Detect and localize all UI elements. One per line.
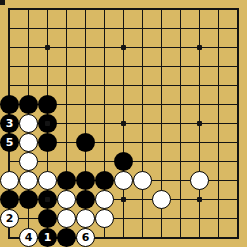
star-point	[45, 121, 50, 126]
board-cell[interactable]	[0, 152, 19, 171]
board-cell[interactable]	[190, 0, 209, 19]
board-cell[interactable]	[57, 95, 76, 114]
board-cell[interactable]	[95, 114, 114, 133]
board-cell[interactable]	[95, 152, 114, 171]
board-cell[interactable]: 3	[0, 114, 19, 133]
board-cell[interactable]	[190, 19, 209, 38]
white-stone	[95, 209, 114, 228]
board-cell[interactable]	[19, 190, 38, 209]
board-cell[interactable]	[228, 95, 247, 114]
board-cell[interactable]	[76, 57, 95, 76]
board-cell[interactable]	[190, 76, 209, 95]
board-cell[interactable]: 4	[19, 228, 38, 247]
board-cell[interactable]	[0, 38, 19, 57]
black-stone: 3	[0, 114, 19, 133]
black-stone	[38, 133, 57, 152]
board-cell[interactable]	[95, 95, 114, 114]
board-cell[interactable]	[209, 76, 228, 95]
board-cell[interactable]	[76, 76, 95, 95]
board-cell[interactable]	[228, 152, 247, 171]
board-cell[interactable]	[95, 19, 114, 38]
white-stone	[190, 171, 209, 190]
white-stone	[114, 171, 133, 190]
move-number-label: 1	[44, 232, 52, 243]
board-cell[interactable]	[19, 76, 38, 95]
board-cell[interactable]	[57, 190, 76, 209]
board-cell[interactable]	[228, 133, 247, 152]
black-stone	[76, 133, 95, 152]
white-stone	[19, 133, 38, 152]
board-cell[interactable]	[152, 76, 171, 95]
white-stone	[19, 171, 38, 190]
board-cell[interactable]	[57, 114, 76, 133]
board-cell[interactable]	[114, 133, 133, 152]
white-stone	[57, 190, 76, 209]
board-cell[interactable]	[0, 95, 19, 114]
black-stone	[19, 190, 38, 209]
black-stone	[57, 228, 76, 247]
star-point	[121, 197, 126, 202]
board-cell[interactable]	[133, 228, 152, 247]
board-cell[interactable]	[133, 19, 152, 38]
board-cell[interactable]	[95, 76, 114, 95]
board-cell[interactable]	[171, 190, 190, 209]
board-cell[interactable]	[171, 0, 190, 19]
board-cell[interactable]	[228, 228, 247, 247]
board-cell[interactable]	[114, 76, 133, 95]
star-point	[45, 45, 50, 50]
white-stone: 4	[19, 228, 38, 247]
board-cell[interactable]	[114, 171, 133, 190]
board-cell[interactable]	[19, 133, 38, 152]
white-stone	[95, 190, 114, 209]
board-cell[interactable]	[57, 76, 76, 95]
board-cell[interactable]	[76, 152, 95, 171]
black-stone	[95, 171, 114, 190]
board-cell[interactable]	[0, 190, 19, 209]
board-cell[interactable]	[95, 190, 114, 209]
board-cell[interactable]	[171, 57, 190, 76]
board-cell[interactable]	[152, 57, 171, 76]
board-cell[interactable]	[228, 0, 247, 19]
board-cell[interactable]	[209, 57, 228, 76]
star-point	[197, 121, 202, 126]
board-cell[interactable]	[133, 57, 152, 76]
white-stone	[76, 209, 95, 228]
black-stone: 5	[0, 133, 19, 152]
white-stone	[19, 114, 38, 133]
board-cell[interactable]	[171, 114, 190, 133]
board-cell[interactable]	[190, 228, 209, 247]
board-cell[interactable]	[95, 38, 114, 57]
star-point	[121, 45, 126, 50]
board-cell[interactable]	[114, 152, 133, 171]
board-cell[interactable]	[38, 0, 57, 19]
go-board-diagram: 352416	[0, 0, 247, 247]
board-cell[interactable]	[152, 38, 171, 57]
board-cell[interactable]	[133, 171, 152, 190]
white-stone	[38, 171, 57, 190]
black-stone	[76, 171, 95, 190]
board-cell[interactable]	[171, 133, 190, 152]
board-cell[interactable]	[38, 152, 57, 171]
board-cell[interactable]	[152, 152, 171, 171]
board-cell[interactable]	[19, 209, 38, 228]
white-stone	[152, 190, 171, 209]
board-cell[interactable]	[0, 19, 19, 38]
board-cell[interactable]	[76, 38, 95, 57]
board-cell[interactable]	[38, 19, 57, 38]
board-cell[interactable]	[19, 38, 38, 57]
board-cell[interactable]	[152, 228, 171, 247]
black-stone	[38, 209, 57, 228]
board-cell[interactable]	[133, 38, 152, 57]
board-cell[interactable]	[95, 171, 114, 190]
board-cell[interactable]	[0, 171, 19, 190]
board-cell[interactable]	[209, 209, 228, 228]
board-cell[interactable]: 1	[38, 228, 57, 247]
board-cell[interactable]	[38, 133, 57, 152]
board-cell[interactable]	[133, 133, 152, 152]
board-cell[interactable]	[190, 57, 209, 76]
board-cell[interactable]: 6	[76, 228, 95, 247]
board-cell[interactable]	[19, 57, 38, 76]
board-cell[interactable]	[133, 95, 152, 114]
black-stone: 1	[38, 228, 57, 247]
board-cell[interactable]	[209, 171, 228, 190]
board-cell[interactable]	[57, 171, 76, 190]
board-cell[interactable]	[57, 133, 76, 152]
board-cell[interactable]	[133, 209, 152, 228]
board-cell[interactable]	[133, 0, 152, 19]
black-stone	[76, 190, 95, 209]
board-cell[interactable]	[228, 38, 247, 57]
board-cell[interactable]	[76, 114, 95, 133]
black-stone	[57, 171, 76, 190]
board-cell[interactable]	[190, 152, 209, 171]
star-point	[45, 197, 50, 202]
board-cell[interactable]	[228, 114, 247, 133]
board-cell[interactable]	[114, 209, 133, 228]
board-cell[interactable]	[19, 0, 38, 19]
board-cell[interactable]	[171, 76, 190, 95]
board-cell[interactable]	[133, 76, 152, 95]
board-cell[interactable]	[95, 209, 114, 228]
move-number-label: 4	[25, 232, 33, 243]
board-cell[interactable]	[171, 209, 190, 228]
board-cell[interactable]	[0, 228, 19, 247]
board-cell[interactable]	[95, 133, 114, 152]
board-cell[interactable]	[114, 19, 133, 38]
board-cell[interactable]	[114, 228, 133, 247]
board-cell[interactable]	[38, 171, 57, 190]
board-cell[interactable]	[57, 228, 76, 247]
board-cell[interactable]	[76, 209, 95, 228]
board-cell[interactable]	[228, 190, 247, 209]
board-cell[interactable]	[0, 0, 19, 19]
white-stone	[57, 209, 76, 228]
black-stone	[19, 95, 38, 114]
board-cell[interactable]	[152, 171, 171, 190]
board-cell[interactable]	[0, 76, 19, 95]
board-cell[interactable]	[76, 0, 95, 19]
board-cell[interactable]	[76, 95, 95, 114]
board-cell[interactable]	[152, 0, 171, 19]
board-cell[interactable]	[57, 0, 76, 19]
move-number-label: 3	[6, 118, 14, 129]
board-cell[interactable]	[57, 57, 76, 76]
board-cell[interactable]	[76, 133, 95, 152]
board-cell[interactable]	[171, 95, 190, 114]
board-cell[interactable]	[95, 0, 114, 19]
board-cell[interactable]	[228, 57, 247, 76]
board-cell[interactable]	[209, 133, 228, 152]
board-cell[interactable]	[152, 209, 171, 228]
board-cell[interactable]	[57, 19, 76, 38]
board-cell[interactable]	[57, 209, 76, 228]
move-number-label: 2	[6, 213, 14, 224]
board-cell[interactable]	[19, 114, 38, 133]
white-stone	[19, 152, 38, 171]
board-cell[interactable]	[76, 19, 95, 38]
board-cell[interactable]	[209, 152, 228, 171]
star-point	[197, 45, 202, 50]
board-cell[interactable]	[190, 133, 209, 152]
board-cell[interactable]	[171, 228, 190, 247]
black-stone	[0, 190, 19, 209]
board-cell[interactable]: 2	[0, 209, 19, 228]
board-cell[interactable]	[76, 171, 95, 190]
board-cell[interactable]	[209, 114, 228, 133]
board-cell[interactable]	[19, 95, 38, 114]
board-cell[interactable]	[209, 190, 228, 209]
board-cell[interactable]	[152, 19, 171, 38]
board-cell[interactable]	[171, 38, 190, 57]
white-stone: 6	[76, 228, 95, 247]
board-cell[interactable]: 5	[0, 133, 19, 152]
board-cell[interactable]	[171, 19, 190, 38]
board-cell[interactable]	[19, 152, 38, 171]
board-cell[interactable]	[114, 57, 133, 76]
white-stone: 2	[0, 209, 19, 228]
board-cell[interactable]	[152, 133, 171, 152]
board-cell[interactable]	[209, 228, 228, 247]
board-cell[interactable]	[190, 171, 209, 190]
board-cell[interactable]	[228, 209, 247, 228]
board-cell[interactable]	[190, 95, 209, 114]
board-cell[interactable]	[38, 76, 57, 95]
board-cell[interactable]	[133, 114, 152, 133]
board-cell[interactable]	[228, 19, 247, 38]
board-cell[interactable]	[133, 190, 152, 209]
board-cell[interactable]	[152, 95, 171, 114]
black-stone	[0, 95, 19, 114]
board-cell[interactable]	[95, 57, 114, 76]
board-cell[interactable]	[76, 190, 95, 209]
board-cell[interactable]	[171, 152, 190, 171]
board-cell[interactable]	[95, 228, 114, 247]
board-cell[interactable]	[171, 171, 190, 190]
board-cell[interactable]	[0, 57, 19, 76]
board-cell[interactable]	[57, 38, 76, 57]
board-cell[interactable]	[152, 190, 171, 209]
board-cell[interactable]	[228, 171, 247, 190]
board-cell[interactable]	[114, 0, 133, 19]
white-stone	[0, 171, 19, 190]
board-cell[interactable]	[209, 95, 228, 114]
black-stone	[38, 95, 57, 114]
move-number-label: 5	[6, 137, 14, 148]
board-cell[interactable]	[209, 19, 228, 38]
white-stone	[133, 171, 152, 190]
board-cell[interactable]	[152, 114, 171, 133]
move-number-label: 6	[82, 232, 90, 243]
board-cell[interactable]	[228, 76, 247, 95]
board-cell[interactable]	[190, 209, 209, 228]
board-cell[interactable]	[19, 171, 38, 190]
board-cell[interactable]	[38, 95, 57, 114]
star-point	[121, 121, 126, 126]
board-cell[interactable]	[209, 38, 228, 57]
board-cell[interactable]	[19, 19, 38, 38]
board-cell[interactable]	[38, 57, 57, 76]
star-point	[197, 197, 202, 202]
board-cell[interactable]	[209, 0, 228, 19]
black-stone	[114, 152, 133, 171]
board-cell[interactable]	[133, 152, 152, 171]
board-cell[interactable]	[57, 152, 76, 171]
board-cell[interactable]	[114, 95, 133, 114]
board-cell[interactable]	[38, 209, 57, 228]
